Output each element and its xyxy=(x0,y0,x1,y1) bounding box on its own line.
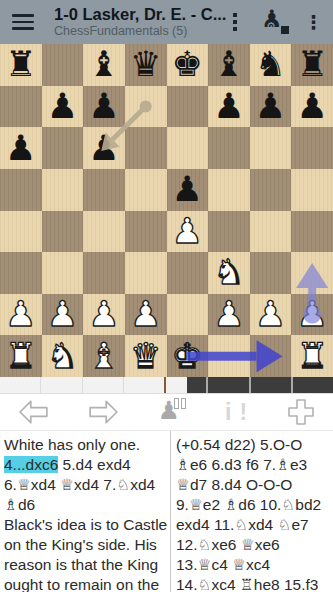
square-a7[interactable] xyxy=(0,86,42,128)
app-bar: 1-0 Lasker, Dr. E. - C... ChessFundament… xyxy=(0,0,333,44)
square-f1[interactable] xyxy=(208,335,250,377)
square-b7[interactable]: ♟ xyxy=(42,86,84,128)
square-c4[interactable] xyxy=(83,211,125,253)
square-h8[interactable]: ♜ xyxy=(291,44,333,86)
previous-move-button[interactable] xyxy=(19,400,49,424)
square-e8[interactable]: ♚ xyxy=(167,44,209,86)
square-f7[interactable]: ♟ xyxy=(208,86,250,128)
comment-before: White has only one. xyxy=(4,435,168,455)
square-a3[interactable] xyxy=(0,252,42,294)
piece-black-pawn[interactable]: ♟ xyxy=(255,89,286,124)
title-block: 1-0 Lasker, Dr. E. - C... ChessFundament… xyxy=(54,5,226,38)
piece-white-pawn[interactable]: ♟ xyxy=(88,297,119,332)
square-c5[interactable] xyxy=(83,169,125,211)
board-setup-icon[interactable]: ♟ ⚙ xyxy=(262,9,288,35)
piece-white-queen[interactable]: ♛ xyxy=(130,339,161,374)
add-move-button[interactable] xyxy=(288,399,314,425)
square-g6[interactable] xyxy=(250,127,292,169)
square-a8[interactable]: ♜ xyxy=(0,44,42,86)
square-d6[interactable] xyxy=(125,127,167,169)
square-f8[interactable]: ♝ xyxy=(208,44,250,86)
piece-black-pawn[interactable]: ♟ xyxy=(47,89,78,124)
next-move-button[interactable] xyxy=(88,400,118,424)
engine-panel[interactable]: (+0.54 d22) 5.O-O ♗e6 6.d3 f6 7.♗e3 ♕d7 … xyxy=(171,431,333,592)
square-f2[interactable]: ♟ xyxy=(208,294,250,336)
square-g1[interactable] xyxy=(250,335,292,377)
square-h1[interactable]: ♜ xyxy=(291,335,333,377)
square-d2[interactable]: ♟ xyxy=(125,294,167,336)
piece-white-knight[interactable]: ♞ xyxy=(213,255,244,290)
engine-output: (+0.54 d22) 5.O-O ♗e6 6.d3 f6 7.♗e3 ♕d7 … xyxy=(176,435,331,592)
plus-icon xyxy=(288,399,314,425)
progress-segment-1[interactable] xyxy=(0,377,41,393)
square-d1[interactable]: ♛ xyxy=(125,335,167,377)
square-c2[interactable]: ♟ xyxy=(83,294,125,336)
piece-white-knight[interactable]: ♞ xyxy=(47,339,78,374)
game-title: 1-0 Lasker, Dr. E. - C... xyxy=(54,5,226,24)
progress-segment-5[interactable] xyxy=(166,377,206,393)
square-b8[interactable] xyxy=(42,44,84,86)
square-d4[interactable] xyxy=(125,211,167,253)
piece-black-pawn[interactable]: ♟ xyxy=(88,131,119,166)
square-g2[interactable]: ♟ xyxy=(250,294,292,336)
comment-after: Black's idea is to Castle on the King's … xyxy=(4,515,168,592)
square-e7[interactable] xyxy=(167,86,209,128)
square-f4[interactable] xyxy=(208,211,250,253)
square-f5[interactable] xyxy=(208,169,250,211)
square-e3[interactable] xyxy=(167,252,209,294)
square-e5[interactable]: ♟ xyxy=(167,169,209,211)
square-g5[interactable] xyxy=(250,169,292,211)
board-area: ♜♝♛♚♝♞♜♟♟♟♟♟♟♟♟♟♞♟♟♟♟♟♟♟♜♞♝♛♚♜ xyxy=(0,44,333,377)
move-progress-bar[interactable] xyxy=(0,377,333,394)
square-e6[interactable] xyxy=(167,127,209,169)
square-h3[interactable] xyxy=(291,252,333,294)
square-b6[interactable] xyxy=(42,127,84,169)
square-a4[interactable] xyxy=(0,211,42,253)
progress-segment-2[interactable] xyxy=(41,377,82,393)
piece-black-pawn[interactable]: ♟ xyxy=(213,89,244,124)
square-a2[interactable]: ♟ xyxy=(0,294,42,336)
progress-segment-3[interactable] xyxy=(83,377,124,393)
square-h5[interactable] xyxy=(291,169,333,211)
square-d8[interactable]: ♛ xyxy=(125,44,167,86)
info-icon: i xyxy=(225,399,233,426)
overflow-menu-icon[interactable]: ⋮ xyxy=(304,13,323,32)
piece-black-rook[interactable]: ♜ xyxy=(5,47,36,82)
square-b3[interactable] xyxy=(42,252,84,294)
piece-white-pawn[interactable]: ♟ xyxy=(130,297,161,332)
engine-line: 5.O-O ♗e6 6.d3 f6 7.♗e3 ♕d7 8.d4 O-O-O 9… xyxy=(176,436,321,592)
piece-black-pawn[interactable]: ♟ xyxy=(5,131,36,166)
exclamation-icon: ! xyxy=(239,399,249,426)
square-c1[interactable]: ♝ xyxy=(83,335,125,377)
forward-arrow-icon xyxy=(88,400,118,424)
piece-black-knight[interactable]: ♞ xyxy=(255,47,286,82)
toolbar: ♟ i! xyxy=(0,394,333,430)
square-c6[interactable]: ♟ xyxy=(83,127,125,169)
menu-icon[interactable] xyxy=(12,14,34,30)
back-arrow-icon xyxy=(19,400,49,424)
piece-black-rook[interactable]: ♜ xyxy=(296,47,327,82)
database-name: ChessFundamentals (5) xyxy=(54,24,226,38)
square-c7[interactable]: ♟ xyxy=(83,86,125,128)
square-g7[interactable]: ♟ xyxy=(250,86,292,128)
progress-segment-4[interactable] xyxy=(124,377,166,393)
current-move-highlight[interactable]: 4...dxc6 xyxy=(4,456,58,473)
square-b4[interactable] xyxy=(42,211,84,253)
piece-black-king[interactable]: ♚ xyxy=(172,47,203,82)
square-g3[interactable] xyxy=(250,252,292,294)
square-b2[interactable]: ♟ xyxy=(42,294,84,336)
piece-black-pawn[interactable]: ♟ xyxy=(172,172,203,207)
move-text-panel[interactable]: White has only one. 4...dxc6 5.d4 exd4 6… xyxy=(0,431,170,592)
piece-white-pawn[interactable]: ♟ xyxy=(213,297,244,332)
square-c8[interactable]: ♝ xyxy=(83,44,125,86)
engine-eval: (+0.54 d22) xyxy=(176,436,260,453)
move-sequence: 4...dxc6 5.d4 exd4 6.♕xd4 ♕xd4 7.♘xd4 ♗d… xyxy=(4,455,168,515)
square-h7[interactable]: ♟ xyxy=(291,86,333,128)
annotation-panel: White has only one. 4...dxc6 5.d4 exd4 6… xyxy=(0,430,333,592)
square-h2[interactable]: ♟ xyxy=(291,294,333,336)
square-d5[interactable] xyxy=(125,169,167,211)
piece-black-queen[interactable]: ♛ xyxy=(130,47,161,82)
annotation-button[interactable]: i! xyxy=(225,399,249,426)
gear-icon: ⚙ xyxy=(266,20,276,33)
square-c3[interactable] xyxy=(83,252,125,294)
square-h4[interactable] xyxy=(291,211,333,253)
piece-black-pawn[interactable]: ♟ xyxy=(296,89,327,124)
square-f6[interactable] xyxy=(208,127,250,169)
piece-white-rook[interactable]: ♜ xyxy=(5,339,36,374)
square-h6[interactable] xyxy=(291,127,333,169)
chess-app-window: 1-0 Lasker, Dr. E. - C... ChessFundament… xyxy=(0,0,333,592)
game-list-icon[interactable] xyxy=(226,13,246,31)
square-a1[interactable]: ♜ xyxy=(0,335,42,377)
square-d7[interactable] xyxy=(125,86,167,128)
square-e4[interactable]: ♟ xyxy=(167,211,209,253)
square-d3[interactable] xyxy=(125,252,167,294)
progress-segment-8[interactable] xyxy=(291,377,333,393)
piece-white-king[interactable]: ♚ xyxy=(172,339,203,374)
square-a6[interactable]: ♟ xyxy=(0,127,42,169)
piece-white-pawn[interactable]: ♟ xyxy=(5,297,36,332)
square-b1[interactable]: ♞ xyxy=(42,335,84,377)
square-g8[interactable]: ♞ xyxy=(250,44,292,86)
piece-white-pawn[interactable]: ♟ xyxy=(172,214,203,249)
piece-white-bishop[interactable]: ♝ xyxy=(88,339,119,374)
chess-board[interactable]: ♜♝♛♚♝♞♜♟♟♟♟♟♟♟♟♟♞♟♟♟♟♟♟♟♜♞♝♛♚♜ xyxy=(0,44,333,377)
square-g4[interactable] xyxy=(250,211,292,253)
progress-segment-7[interactable] xyxy=(249,377,291,393)
piece-white-pawn[interactable]: ♟ xyxy=(296,297,327,332)
square-e1[interactable]: ♚ xyxy=(167,335,209,377)
pause-icon xyxy=(174,398,186,409)
square-f3[interactable]: ♞ xyxy=(208,252,250,294)
square-e2[interactable] xyxy=(167,294,209,336)
piece-white-pawn[interactable]: ♟ xyxy=(255,297,286,332)
piece-black-bishop[interactable]: ♝ xyxy=(213,47,244,82)
piece-black-pawn[interactable]: ♟ xyxy=(88,89,119,124)
piece-white-pawn[interactable]: ♟ xyxy=(47,297,78,332)
piece-black-bishop[interactable]: ♝ xyxy=(88,47,119,82)
square-a5[interactable] xyxy=(0,169,42,211)
engine-analysis-button[interactable]: ♟ xyxy=(156,398,186,426)
progress-segment-6[interactable] xyxy=(206,377,248,393)
square-b5[interactable] xyxy=(42,169,84,211)
piece-white-rook[interactable]: ♜ xyxy=(296,339,327,374)
